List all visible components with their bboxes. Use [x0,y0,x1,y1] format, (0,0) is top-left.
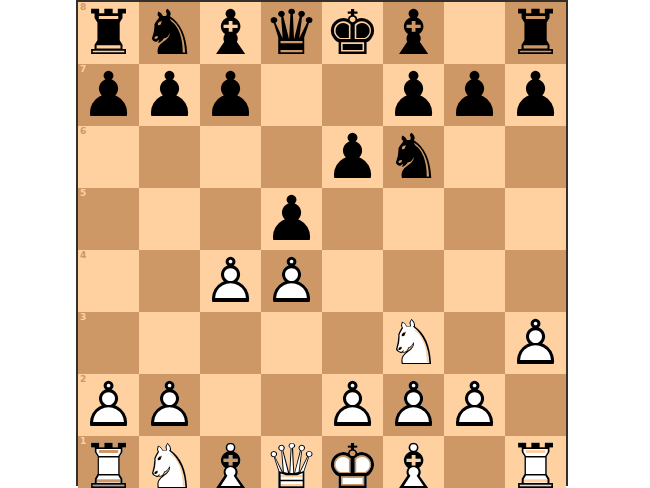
black-king-icon: ♚ [325,2,381,64]
white-bishop-outline-icon: ♗ [203,436,259,488]
square-h5[interactable] [505,188,566,250]
square-e5[interactable] [322,188,383,250]
square-f4[interactable] [383,250,444,312]
black-pawn-icon: ♟ [142,64,198,126]
square-d6[interactable] [261,126,322,188]
piece-white-bishop-c1[interactable]: ♝♗ [203,436,259,488]
square-d5[interactable]: ♟ [261,188,322,250]
chess-board-screenshot: 8♜♞♝♛♚♝♜7♟♟♟♟♟♟6♟♞5♟4♟♙♟♙3♞♘♟♙2♟♙♟♙♟♙♟♙♟… [0,0,650,488]
square-f3[interactable]: ♞♘ [383,312,444,374]
white-pawn-outline-icon: ♙ [386,374,442,436]
square-a2[interactable]: 2♟♙ [78,374,139,436]
white-pawn-outline-icon: ♙ [81,374,137,436]
piece-black-rook-h8[interactable]: ♜ [508,2,564,64]
piece-white-rook-a1[interactable]: ♜♖ [81,436,137,488]
black-knight-icon: ♞ [386,126,442,188]
square-a7[interactable]: 7♟ [78,64,139,126]
square-h6[interactable] [505,126,566,188]
square-a3[interactable]: 3 [78,312,139,374]
piece-black-knight-f6[interactable]: ♞ [386,126,442,188]
square-h4[interactable] [505,250,566,312]
square-f5[interactable] [383,188,444,250]
rank-label-3: 3 [80,313,86,322]
rank-label-5: 5 [80,189,86,198]
square-h3[interactable]: ♟♙ [505,312,566,374]
white-king-outline-icon: ♔ [325,436,381,488]
piece-white-pawn-a2[interactable]: ♟♙ [81,374,137,436]
piece-black-bishop-f8[interactable]: ♝ [386,2,442,64]
square-d3[interactable] [261,312,322,374]
square-e3[interactable] [322,312,383,374]
square-b1[interactable]: b♞♘ [139,436,200,488]
square-c4[interactable]: ♟♙ [200,250,261,312]
square-c2[interactable] [200,374,261,436]
piece-white-pawn-c4[interactable]: ♟♙ [203,250,259,312]
square-f2[interactable]: ♟♙ [383,374,444,436]
piece-white-pawn-b2[interactable]: ♟♙ [142,374,198,436]
square-a6[interactable]: 6 [78,126,139,188]
black-bishop-icon: ♝ [203,2,259,64]
square-b3[interactable] [139,312,200,374]
piece-white-king-e1[interactable]: ♚♔ [325,436,381,488]
piece-black-queen-d8[interactable]: ♛ [264,2,320,64]
square-d8[interactable]: ♛ [261,2,322,64]
piece-black-rook-a8[interactable]: ♜ [81,2,137,64]
white-knight-outline-icon: ♘ [386,312,442,374]
square-h7[interactable]: ♟ [505,64,566,126]
square-h1[interactable]: h♜♖ [505,436,566,488]
piece-white-pawn-d4[interactable]: ♟♙ [264,250,320,312]
square-f6[interactable]: ♞ [383,126,444,188]
piece-white-knight-f3[interactable]: ♞♘ [386,312,442,374]
square-c8[interactable]: ♝ [200,2,261,64]
square-g8[interactable] [444,2,505,64]
piece-black-bishop-c8[interactable]: ♝ [203,2,259,64]
piece-black-pawn-d5[interactable]: ♟ [264,188,320,250]
white-knight-outline-icon: ♘ [142,436,198,488]
square-b5[interactable] [139,188,200,250]
white-queen-outline-icon: ♕ [264,436,320,488]
black-bishop-icon: ♝ [386,2,442,64]
square-e6[interactable]: ♟ [322,126,383,188]
piece-white-knight-b1[interactable]: ♞♘ [142,436,198,488]
square-a5[interactable]: 5 [78,188,139,250]
square-c7[interactable]: ♟ [200,64,261,126]
square-b4[interactable] [139,250,200,312]
square-g6[interactable] [444,126,505,188]
white-rook-outline-icon: ♖ [81,436,137,488]
square-a8[interactable]: 8♜ [78,2,139,64]
square-c5[interactable] [200,188,261,250]
square-f8[interactable]: ♝ [383,2,444,64]
white-bishop-outline-icon: ♗ [386,436,442,488]
white-pawn-outline-icon: ♙ [203,250,259,312]
white-pawn-outline-icon: ♙ [508,312,564,374]
square-e2[interactable]: ♟♙ [322,374,383,436]
piece-black-pawn-e6[interactable]: ♟ [325,126,381,188]
square-d2[interactable] [261,374,322,436]
square-a1[interactable]: 1a♜♖ [78,436,139,488]
black-knight-icon: ♞ [142,2,198,64]
square-g3[interactable] [444,312,505,374]
square-b7[interactable]: ♟ [139,64,200,126]
square-d1[interactable]: d♛♕ [261,436,322,488]
white-pawn-outline-icon: ♙ [264,250,320,312]
piece-white-pawn-h3[interactable]: ♟♙ [508,312,564,374]
piece-black-pawn-f7[interactable]: ♟ [386,64,442,126]
piece-white-pawn-f2[interactable]: ♟♙ [386,374,442,436]
chess-board: 8♜♞♝♛♚♝♜7♟♟♟♟♟♟6♟♞5♟4♟♙♟♙3♞♘♟♙2♟♙♟♙♟♙♟♙♟… [76,0,568,486]
piece-black-pawn-c7[interactable]: ♟ [203,64,259,126]
white-pawn-outline-icon: ♙ [447,374,503,436]
square-c1[interactable]: c♝♗ [200,436,261,488]
white-pawn-outline-icon: ♙ [325,374,381,436]
black-rook-icon: ♜ [81,2,137,64]
piece-white-pawn-e2[interactable]: ♟♙ [325,374,381,436]
black-queen-icon: ♛ [264,2,320,64]
square-g5[interactable] [444,188,505,250]
square-e7[interactable] [322,64,383,126]
square-g7[interactable]: ♟ [444,64,505,126]
square-b2[interactable]: ♟♙ [139,374,200,436]
black-rook-icon: ♜ [508,2,564,64]
black-pawn-icon: ♟ [81,64,137,126]
black-pawn-icon: ♟ [203,64,259,126]
square-a4[interactable]: 4 [78,250,139,312]
piece-black-pawn-h7[interactable]: ♟ [508,64,564,126]
square-f7[interactable]: ♟ [383,64,444,126]
square-g4[interactable] [444,250,505,312]
square-f1[interactable]: f♝♗ [383,436,444,488]
white-pawn-outline-icon: ♙ [142,374,198,436]
white-rook-outline-icon: ♖ [508,436,564,488]
square-h2[interactable] [505,374,566,436]
piece-black-king-e8[interactable]: ♚ [325,2,381,64]
piece-white-pawn-g2[interactable]: ♟♙ [447,374,503,436]
square-e8[interactable]: ♚ [322,2,383,64]
square-g1[interactable]: g [444,436,505,488]
square-e4[interactable] [322,250,383,312]
square-b8[interactable]: ♞ [139,2,200,64]
piece-white-queen-d1[interactable]: ♛♕ [264,436,320,488]
square-c3[interactable] [200,312,261,374]
square-b6[interactable] [139,126,200,188]
piece-black-knight-b8[interactable]: ♞ [142,2,198,64]
square-d4[interactable]: ♟♙ [261,250,322,312]
rank-label-6: 6 [80,127,86,136]
square-g2[interactable]: ♟♙ [444,374,505,436]
piece-white-rook-h1[interactable]: ♜♖ [508,436,564,488]
black-pawn-icon: ♟ [325,126,381,188]
rank-label-4: 4 [80,251,86,260]
piece-black-pawn-a7[interactable]: ♟ [81,64,137,126]
piece-white-bishop-f1[interactable]: ♝♗ [386,436,442,488]
square-h8[interactable]: ♜ [505,2,566,64]
square-e1[interactable]: e♚♔ [322,436,383,488]
piece-black-pawn-g7[interactable]: ♟ [447,64,503,126]
piece-black-pawn-b7[interactable]: ♟ [142,64,198,126]
black-pawn-icon: ♟ [447,64,503,126]
black-pawn-icon: ♟ [264,188,320,250]
black-pawn-icon: ♟ [508,64,564,126]
square-c6[interactable] [200,126,261,188]
black-pawn-icon: ♟ [386,64,442,126]
square-d7[interactable] [261,64,322,126]
